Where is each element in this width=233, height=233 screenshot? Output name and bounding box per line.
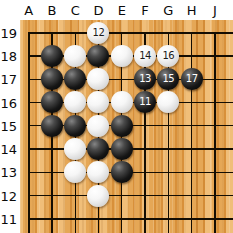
intersection-D16[interactable]: [87, 91, 110, 114]
black-stone-B18[interactable]: [41, 45, 63, 67]
intersection-J13[interactable]: [203, 161, 226, 184]
intersection-D11[interactable]: [87, 207, 110, 230]
intersection-F13[interactable]: [133, 161, 156, 184]
intersection-A14[interactable]: [17, 137, 40, 160]
intersection-B15[interactable]: [40, 114, 63, 137]
move-number-15: 15: [162, 74, 174, 84]
intersection-G13[interactable]: [157, 161, 180, 184]
intersection-B14[interactable]: [40, 137, 63, 160]
white-stone-E16[interactable]: [111, 91, 133, 113]
white-stone-C14[interactable]: [64, 138, 86, 160]
black-stone-E15[interactable]: [111, 115, 133, 137]
black-stone-F17[interactable]: 13: [134, 68, 156, 90]
white-stone-D19[interactable]: 12: [87, 22, 109, 44]
intersection-A15[interactable]: [17, 114, 40, 137]
intersection-F16[interactable]: 11: [133, 91, 156, 114]
intersection-F17[interactable]: 13: [133, 68, 156, 91]
row-label-16: 16: [0, 96, 17, 109]
intersections-grid: 12141613151711: [17, 21, 227, 231]
row-label-19: 19: [0, 26, 17, 39]
white-stone-C18[interactable]: [64, 45, 86, 67]
intersection-F19[interactable]: [133, 21, 156, 44]
white-stone-G16[interactable]: [157, 91, 179, 113]
intersection-J17[interactable]: [203, 68, 226, 91]
white-stone-G18[interactable]: 16: [157, 45, 179, 67]
intersection-D19[interactable]: 12: [87, 21, 110, 44]
intersection-B11[interactable]: [40, 207, 63, 230]
intersection-E17[interactable]: [110, 68, 133, 91]
intersection-C13[interactable]: [64, 161, 87, 184]
intersection-G19[interactable]: [157, 21, 180, 44]
column-label-A: A: [24, 2, 33, 19]
intersection-E11[interactable]: [110, 207, 133, 230]
intersection-B18[interactable]: [40, 44, 63, 67]
intersection-G14[interactable]: [157, 137, 180, 160]
intersection-H19[interactable]: [180, 21, 203, 44]
black-stone-C15[interactable]: [64, 115, 86, 137]
white-stone-E18[interactable]: [111, 45, 133, 67]
black-stone-E14[interactable]: [111, 138, 133, 160]
intersection-H14[interactable]: [180, 137, 203, 160]
intersection-B13[interactable]: [40, 161, 63, 184]
intersection-E19[interactable]: [110, 21, 133, 44]
column-label-B: B: [47, 2, 56, 19]
move-number-17: 17: [186, 74, 198, 84]
black-stone-B16[interactable]: [41, 91, 63, 113]
column-label-D: D: [93, 2, 103, 19]
move-number-16: 16: [162, 51, 174, 61]
white-stone-D17[interactable]: [87, 68, 109, 90]
intersection-C17[interactable]: [64, 68, 87, 91]
intersection-A11[interactable]: [17, 207, 40, 230]
white-stone-D15[interactable]: [87, 115, 109, 137]
white-stone-C13[interactable]: [64, 161, 86, 183]
intersection-J14[interactable]: [203, 137, 226, 160]
intersection-E13[interactable]: [110, 161, 133, 184]
intersection-E16[interactable]: [110, 91, 133, 114]
intersection-H15[interactable]: [180, 114, 203, 137]
intersection-G18[interactable]: 16: [157, 44, 180, 67]
row-label-12: 12: [0, 189, 17, 202]
intersection-A17[interactable]: [17, 68, 40, 91]
row-label-18: 18: [0, 49, 17, 62]
column-label-H: H: [187, 2, 197, 19]
intersection-E14[interactable]: [110, 137, 133, 160]
white-stone-D12[interactable]: [87, 185, 109, 207]
intersection-D17[interactable]: [87, 68, 110, 91]
intersection-A19[interactable]: [17, 21, 40, 44]
intersection-F12[interactable]: [133, 184, 156, 207]
intersection-A13[interactable]: [17, 161, 40, 184]
black-stone-D14[interactable]: [87, 138, 109, 160]
column-label-F: F: [141, 2, 148, 19]
intersection-C15[interactable]: [64, 114, 87, 137]
row-label-13: 13: [0, 166, 17, 179]
black-stone-B17[interactable]: [41, 68, 63, 90]
intersection-B12[interactable]: [40, 184, 63, 207]
white-stone-D13[interactable]: [87, 161, 109, 183]
intersection-B17[interactable]: [40, 68, 63, 91]
intersection-J15[interactable]: [203, 114, 226, 137]
black-stone-F16[interactable]: 11: [134, 91, 156, 113]
intersection-F14[interactable]: [133, 137, 156, 160]
intersection-G12[interactable]: [157, 184, 180, 207]
intersection-D12[interactable]: [87, 184, 110, 207]
move-number-13: 13: [139, 74, 151, 84]
intersection-C18[interactable]: [64, 44, 87, 67]
column-label-J: J: [213, 2, 217, 19]
intersection-A12[interactable]: [17, 184, 40, 207]
intersection-A18[interactable]: [17, 44, 40, 67]
intersection-B19[interactable]: [40, 21, 63, 44]
row-label-17: 17: [0, 73, 17, 86]
intersection-C19[interactable]: [64, 21, 87, 44]
intersection-J16[interactable]: [203, 91, 226, 114]
intersection-J18[interactable]: [203, 44, 226, 67]
intersection-C12[interactable]: [64, 184, 87, 207]
intersection-F11[interactable]: [133, 207, 156, 230]
black-stone-C17[interactable]: [64, 68, 86, 90]
black-stone-B15[interactable]: [41, 115, 63, 137]
intersection-H12[interactable]: [180, 184, 203, 207]
black-stone-G17[interactable]: 15: [157, 68, 179, 90]
intersection-J11[interactable]: [203, 207, 226, 230]
row-label-15: 15: [0, 119, 17, 132]
intersection-F18[interactable]: 14: [133, 44, 156, 67]
intersection-J12[interactable]: [203, 184, 226, 207]
go-board-diagram: 12141613151711 ABCDEFGHJ 191817161514131…: [0, 0, 233, 233]
row-label-11: 11: [0, 213, 17, 226]
intersection-D13[interactable]: [87, 161, 110, 184]
intersection-H11[interactable]: [180, 207, 203, 230]
intersection-C14[interactable]: [64, 137, 87, 160]
intersection-D18[interactable]: [87, 44, 110, 67]
white-stone-F18[interactable]: 14: [134, 45, 156, 67]
white-stone-C16[interactable]: [64, 91, 86, 113]
black-stone-E13[interactable]: [111, 161, 133, 183]
move-number-11: 11: [139, 97, 151, 107]
move-number-14: 14: [139, 51, 151, 61]
intersection-D14[interactable]: [87, 137, 110, 160]
black-stone-H17[interactable]: 17: [181, 68, 203, 90]
intersection-E15[interactable]: [110, 114, 133, 137]
intersection-C11[interactable]: [64, 207, 87, 230]
move-number-12: 12: [93, 28, 105, 38]
intersection-H13[interactable]: [180, 161, 203, 184]
column-label-E: E: [118, 2, 126, 19]
intersection-C16[interactable]: [64, 91, 87, 114]
intersection-A16[interactable]: [17, 91, 40, 114]
intersection-H18[interactable]: [180, 44, 203, 67]
intersection-G11[interactable]: [157, 207, 180, 230]
white-stone-D16[interactable]: [87, 91, 109, 113]
black-stone-D18[interactable]: [87, 45, 109, 67]
intersection-G16[interactable]: [157, 91, 180, 114]
intersection-B16[interactable]: [40, 91, 63, 114]
intersection-H17[interactable]: 17: [180, 68, 203, 91]
intersection-E12[interactable]: [110, 184, 133, 207]
intersection-D15[interactable]: [87, 114, 110, 137]
column-label-G: G: [163, 2, 173, 19]
column-label-C: C: [71, 2, 80, 19]
intersection-F15[interactable]: [133, 114, 156, 137]
intersection-H16[interactable]: [180, 91, 203, 114]
intersection-E18[interactable]: [110, 44, 133, 67]
intersection-G17[interactable]: 15: [157, 68, 180, 91]
row-label-14: 14: [0, 143, 17, 156]
intersection-G15[interactable]: [157, 114, 180, 137]
intersection-J19[interactable]: [203, 21, 226, 44]
